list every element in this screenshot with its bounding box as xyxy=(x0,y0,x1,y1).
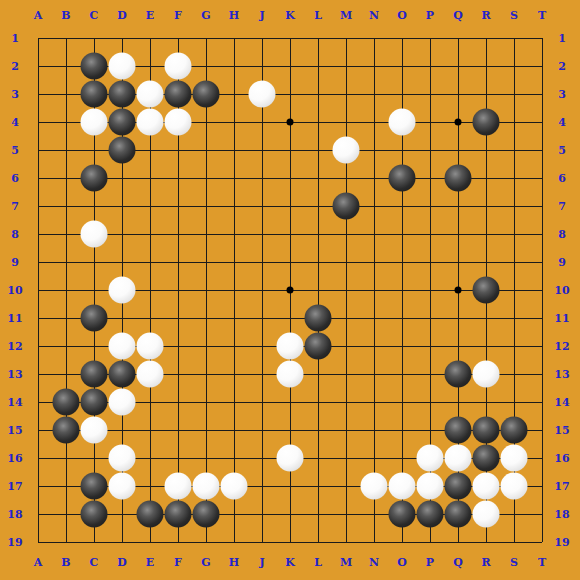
point-R5[interactable] xyxy=(472,136,500,164)
point-C10[interactable] xyxy=(80,276,108,304)
point-T2[interactable] xyxy=(528,52,556,80)
point-F19[interactable] xyxy=(164,528,192,556)
point-Q2[interactable] xyxy=(444,52,472,80)
point-D4[interactable] xyxy=(108,108,136,136)
point-D19[interactable] xyxy=(108,528,136,556)
point-R19[interactable] xyxy=(472,528,500,556)
point-P14[interactable] xyxy=(416,388,444,416)
point-D17[interactable] xyxy=(108,472,136,500)
point-O9[interactable] xyxy=(388,248,416,276)
point-N2[interactable] xyxy=(360,52,388,80)
point-B9[interactable] xyxy=(52,248,80,276)
point-T1[interactable] xyxy=(528,24,556,52)
point-K10[interactable] xyxy=(276,276,304,304)
point-O6[interactable] xyxy=(388,164,416,192)
point-C15[interactable] xyxy=(80,416,108,444)
point-G12[interactable] xyxy=(192,332,220,360)
point-E12[interactable] xyxy=(136,332,164,360)
point-L14[interactable] xyxy=(304,388,332,416)
point-P19[interactable] xyxy=(416,528,444,556)
point-J5[interactable] xyxy=(248,136,276,164)
point-L19[interactable] xyxy=(304,528,332,556)
point-F5[interactable] xyxy=(164,136,192,164)
point-G18[interactable] xyxy=(192,500,220,528)
point-O2[interactable] xyxy=(388,52,416,80)
point-J3[interactable] xyxy=(248,80,276,108)
point-D10[interactable] xyxy=(108,276,136,304)
point-R16[interactable] xyxy=(472,444,500,472)
point-S10[interactable] xyxy=(500,276,528,304)
point-C17[interactable] xyxy=(80,472,108,500)
point-E15[interactable] xyxy=(136,416,164,444)
point-F14[interactable] xyxy=(164,388,192,416)
point-F10[interactable] xyxy=(164,276,192,304)
point-M4[interactable] xyxy=(332,108,360,136)
point-F2[interactable] xyxy=(164,52,192,80)
point-G14[interactable] xyxy=(192,388,220,416)
point-B15[interactable] xyxy=(52,416,80,444)
point-F1[interactable] xyxy=(164,24,192,52)
point-T10[interactable] xyxy=(528,276,556,304)
point-D12[interactable] xyxy=(108,332,136,360)
point-R17[interactable] xyxy=(472,472,500,500)
point-K15[interactable] xyxy=(276,416,304,444)
point-H16[interactable] xyxy=(220,444,248,472)
point-M19[interactable] xyxy=(332,528,360,556)
point-P13[interactable] xyxy=(416,360,444,388)
point-A4[interactable] xyxy=(24,108,52,136)
point-T7[interactable] xyxy=(528,192,556,220)
point-H2[interactable] xyxy=(220,52,248,80)
point-M18[interactable] xyxy=(332,500,360,528)
point-G7[interactable] xyxy=(192,192,220,220)
point-L18[interactable] xyxy=(304,500,332,528)
point-J12[interactable] xyxy=(248,332,276,360)
point-Q16[interactable] xyxy=(444,444,472,472)
point-C3[interactable] xyxy=(80,80,108,108)
point-H3[interactable] xyxy=(220,80,248,108)
point-N19[interactable] xyxy=(360,528,388,556)
point-G17[interactable] xyxy=(192,472,220,500)
point-E4[interactable] xyxy=(136,108,164,136)
point-S11[interactable] xyxy=(500,304,528,332)
point-H12[interactable] xyxy=(220,332,248,360)
point-P2[interactable] xyxy=(416,52,444,80)
point-C5[interactable] xyxy=(80,136,108,164)
point-G8[interactable] xyxy=(192,220,220,248)
point-J9[interactable] xyxy=(248,248,276,276)
point-N14[interactable] xyxy=(360,388,388,416)
point-G16[interactable] xyxy=(192,444,220,472)
point-A1[interactable] xyxy=(24,24,52,52)
point-C19[interactable] xyxy=(80,528,108,556)
point-R12[interactable] xyxy=(472,332,500,360)
point-M3[interactable] xyxy=(332,80,360,108)
point-F8[interactable] xyxy=(164,220,192,248)
point-E17[interactable] xyxy=(136,472,164,500)
point-T17[interactable] xyxy=(528,472,556,500)
point-D7[interactable] xyxy=(108,192,136,220)
point-M7[interactable] xyxy=(332,192,360,220)
point-J15[interactable] xyxy=(248,416,276,444)
point-R7[interactable] xyxy=(472,192,500,220)
point-M17[interactable] xyxy=(332,472,360,500)
point-F7[interactable] xyxy=(164,192,192,220)
point-T14[interactable] xyxy=(528,388,556,416)
point-K12[interactable] xyxy=(276,332,304,360)
point-J11[interactable] xyxy=(248,304,276,332)
point-D1[interactable] xyxy=(108,24,136,52)
point-M15[interactable] xyxy=(332,416,360,444)
point-B14[interactable] xyxy=(52,388,80,416)
point-J19[interactable] xyxy=(248,528,276,556)
point-P11[interactable] xyxy=(416,304,444,332)
point-A12[interactable] xyxy=(24,332,52,360)
point-J13[interactable] xyxy=(248,360,276,388)
point-G19[interactable] xyxy=(192,528,220,556)
point-A19[interactable] xyxy=(24,528,52,556)
point-F13[interactable] xyxy=(164,360,192,388)
point-Q4[interactable] xyxy=(444,108,472,136)
point-A16[interactable] xyxy=(24,444,52,472)
point-C16[interactable] xyxy=(80,444,108,472)
point-K16[interactable] xyxy=(276,444,304,472)
point-Q3[interactable] xyxy=(444,80,472,108)
point-N13[interactable] xyxy=(360,360,388,388)
point-J2[interactable] xyxy=(248,52,276,80)
point-E8[interactable] xyxy=(136,220,164,248)
point-H15[interactable] xyxy=(220,416,248,444)
point-L17[interactable] xyxy=(304,472,332,500)
point-O8[interactable] xyxy=(388,220,416,248)
point-T11[interactable] xyxy=(528,304,556,332)
point-M8[interactable] xyxy=(332,220,360,248)
point-O11[interactable] xyxy=(388,304,416,332)
point-O18[interactable] xyxy=(388,500,416,528)
point-L10[interactable] xyxy=(304,276,332,304)
point-R3[interactable] xyxy=(472,80,500,108)
point-Q12[interactable] xyxy=(444,332,472,360)
point-Q8[interactable] xyxy=(444,220,472,248)
point-A9[interactable] xyxy=(24,248,52,276)
point-Q11[interactable] xyxy=(444,304,472,332)
point-S15[interactable] xyxy=(500,416,528,444)
point-R14[interactable] xyxy=(472,388,500,416)
point-B1[interactable] xyxy=(52,24,80,52)
point-C2[interactable] xyxy=(80,52,108,80)
point-O1[interactable] xyxy=(388,24,416,52)
point-K2[interactable] xyxy=(276,52,304,80)
point-K3[interactable] xyxy=(276,80,304,108)
point-O10[interactable] xyxy=(388,276,416,304)
point-L13[interactable] xyxy=(304,360,332,388)
point-A5[interactable] xyxy=(24,136,52,164)
point-J4[interactable] xyxy=(248,108,276,136)
point-K18[interactable] xyxy=(276,500,304,528)
point-G11[interactable] xyxy=(192,304,220,332)
point-T4[interactable] xyxy=(528,108,556,136)
point-R2[interactable] xyxy=(472,52,500,80)
point-F4[interactable] xyxy=(164,108,192,136)
point-R8[interactable] xyxy=(472,220,500,248)
point-M16[interactable] xyxy=(332,444,360,472)
point-S9[interactable] xyxy=(500,248,528,276)
point-B11[interactable] xyxy=(52,304,80,332)
point-F12[interactable] xyxy=(164,332,192,360)
point-L9[interactable] xyxy=(304,248,332,276)
point-S13[interactable] xyxy=(500,360,528,388)
point-D6[interactable] xyxy=(108,164,136,192)
point-O3[interactable] xyxy=(388,80,416,108)
point-J6[interactable] xyxy=(248,164,276,192)
point-N3[interactable] xyxy=(360,80,388,108)
point-Q7[interactable] xyxy=(444,192,472,220)
point-Q18[interactable] xyxy=(444,500,472,528)
point-N5[interactable] xyxy=(360,136,388,164)
point-B19[interactable] xyxy=(52,528,80,556)
point-E10[interactable] xyxy=(136,276,164,304)
point-P3[interactable] xyxy=(416,80,444,108)
point-R13[interactable] xyxy=(472,360,500,388)
point-N8[interactable] xyxy=(360,220,388,248)
point-O17[interactable] xyxy=(388,472,416,500)
point-R9[interactable] xyxy=(472,248,500,276)
point-B4[interactable] xyxy=(52,108,80,136)
point-R15[interactable] xyxy=(472,416,500,444)
point-D15[interactable] xyxy=(108,416,136,444)
point-D18[interactable] xyxy=(108,500,136,528)
point-L3[interactable] xyxy=(304,80,332,108)
point-N17[interactable] xyxy=(360,472,388,500)
point-D2[interactable] xyxy=(108,52,136,80)
point-E14[interactable] xyxy=(136,388,164,416)
point-O13[interactable] xyxy=(388,360,416,388)
point-B2[interactable] xyxy=(52,52,80,80)
point-N6[interactable] xyxy=(360,164,388,192)
point-E2[interactable] xyxy=(136,52,164,80)
point-J16[interactable] xyxy=(248,444,276,472)
point-S6[interactable] xyxy=(500,164,528,192)
point-P9[interactable] xyxy=(416,248,444,276)
point-B7[interactable] xyxy=(52,192,80,220)
point-S7[interactable] xyxy=(500,192,528,220)
point-E19[interactable] xyxy=(136,528,164,556)
point-F11[interactable] xyxy=(164,304,192,332)
point-G4[interactable] xyxy=(192,108,220,136)
point-S1[interactable] xyxy=(500,24,528,52)
point-M1[interactable] xyxy=(332,24,360,52)
point-K6[interactable] xyxy=(276,164,304,192)
point-Q17[interactable] xyxy=(444,472,472,500)
point-M9[interactable] xyxy=(332,248,360,276)
point-S19[interactable] xyxy=(500,528,528,556)
point-S17[interactable] xyxy=(500,472,528,500)
point-D9[interactable] xyxy=(108,248,136,276)
point-T19[interactable] xyxy=(528,528,556,556)
point-K9[interactable] xyxy=(276,248,304,276)
point-M14[interactable] xyxy=(332,388,360,416)
point-G10[interactable] xyxy=(192,276,220,304)
point-Q13[interactable] xyxy=(444,360,472,388)
point-G3[interactable] xyxy=(192,80,220,108)
point-B3[interactable] xyxy=(52,80,80,108)
point-D8[interactable] xyxy=(108,220,136,248)
point-E5[interactable] xyxy=(136,136,164,164)
point-N15[interactable] xyxy=(360,416,388,444)
point-N7[interactable] xyxy=(360,192,388,220)
point-S16[interactable] xyxy=(500,444,528,472)
point-H19[interactable] xyxy=(220,528,248,556)
point-G13[interactable] xyxy=(192,360,220,388)
point-A14[interactable] xyxy=(24,388,52,416)
point-F15[interactable] xyxy=(164,416,192,444)
point-M6[interactable] xyxy=(332,164,360,192)
point-N18[interactable] xyxy=(360,500,388,528)
point-L12[interactable] xyxy=(304,332,332,360)
point-R18[interactable] xyxy=(472,500,500,528)
point-O19[interactable] xyxy=(388,528,416,556)
point-L1[interactable] xyxy=(304,24,332,52)
point-C12[interactable] xyxy=(80,332,108,360)
point-T8[interactable] xyxy=(528,220,556,248)
point-O12[interactable] xyxy=(388,332,416,360)
point-H13[interactable] xyxy=(220,360,248,388)
point-P17[interactable] xyxy=(416,472,444,500)
point-S18[interactable] xyxy=(500,500,528,528)
point-N10[interactable] xyxy=(360,276,388,304)
point-D14[interactable] xyxy=(108,388,136,416)
point-D3[interactable] xyxy=(108,80,136,108)
point-C14[interactable] xyxy=(80,388,108,416)
point-N4[interactable] xyxy=(360,108,388,136)
point-D5[interactable] xyxy=(108,136,136,164)
point-K19[interactable] xyxy=(276,528,304,556)
point-A17[interactable] xyxy=(24,472,52,500)
point-D11[interactable] xyxy=(108,304,136,332)
point-L2[interactable] xyxy=(304,52,332,80)
point-A15[interactable] xyxy=(24,416,52,444)
point-T3[interactable] xyxy=(528,80,556,108)
point-G15[interactable] xyxy=(192,416,220,444)
point-B17[interactable] xyxy=(52,472,80,500)
point-L7[interactable] xyxy=(304,192,332,220)
point-E18[interactable] xyxy=(136,500,164,528)
point-A10[interactable] xyxy=(24,276,52,304)
point-S14[interactable] xyxy=(500,388,528,416)
point-S12[interactable] xyxy=(500,332,528,360)
point-J17[interactable] xyxy=(248,472,276,500)
point-J8[interactable] xyxy=(248,220,276,248)
point-H10[interactable] xyxy=(220,276,248,304)
point-A7[interactable] xyxy=(24,192,52,220)
point-B8[interactable] xyxy=(52,220,80,248)
point-B6[interactable] xyxy=(52,164,80,192)
point-M12[interactable] xyxy=(332,332,360,360)
point-J10[interactable] xyxy=(248,276,276,304)
point-C9[interactable] xyxy=(80,248,108,276)
point-H9[interactable] xyxy=(220,248,248,276)
point-O15[interactable] xyxy=(388,416,416,444)
point-A6[interactable] xyxy=(24,164,52,192)
point-F3[interactable] xyxy=(164,80,192,108)
point-A13[interactable] xyxy=(24,360,52,388)
point-H17[interactable] xyxy=(220,472,248,500)
point-A11[interactable] xyxy=(24,304,52,332)
point-B13[interactable] xyxy=(52,360,80,388)
point-H8[interactable] xyxy=(220,220,248,248)
point-H18[interactable] xyxy=(220,500,248,528)
point-J1[interactable] xyxy=(248,24,276,52)
point-O7[interactable] xyxy=(388,192,416,220)
point-B5[interactable] xyxy=(52,136,80,164)
point-R4[interactable] xyxy=(472,108,500,136)
point-Q1[interactable] xyxy=(444,24,472,52)
point-C6[interactable] xyxy=(80,164,108,192)
point-P7[interactable] xyxy=(416,192,444,220)
point-M11[interactable] xyxy=(332,304,360,332)
point-K8[interactable] xyxy=(276,220,304,248)
point-E13[interactable] xyxy=(136,360,164,388)
point-E16[interactable] xyxy=(136,444,164,472)
point-T16[interactable] xyxy=(528,444,556,472)
point-A18[interactable] xyxy=(24,500,52,528)
point-S3[interactable] xyxy=(500,80,528,108)
point-G5[interactable] xyxy=(192,136,220,164)
point-L15[interactable] xyxy=(304,416,332,444)
point-T12[interactable] xyxy=(528,332,556,360)
point-S2[interactable] xyxy=(500,52,528,80)
point-H1[interactable] xyxy=(220,24,248,52)
point-H6[interactable] xyxy=(220,164,248,192)
point-P12[interactable] xyxy=(416,332,444,360)
point-F9[interactable] xyxy=(164,248,192,276)
point-C8[interactable] xyxy=(80,220,108,248)
point-Q15[interactable] xyxy=(444,416,472,444)
point-O14[interactable] xyxy=(388,388,416,416)
point-K7[interactable] xyxy=(276,192,304,220)
point-C13[interactable] xyxy=(80,360,108,388)
point-C1[interactable] xyxy=(80,24,108,52)
point-N9[interactable] xyxy=(360,248,388,276)
point-N12[interactable] xyxy=(360,332,388,360)
point-S8[interactable] xyxy=(500,220,528,248)
point-J18[interactable] xyxy=(248,500,276,528)
point-K11[interactable] xyxy=(276,304,304,332)
point-P8[interactable] xyxy=(416,220,444,248)
point-M13[interactable] xyxy=(332,360,360,388)
point-H7[interactable] xyxy=(220,192,248,220)
point-E3[interactable] xyxy=(136,80,164,108)
point-E6[interactable] xyxy=(136,164,164,192)
point-F17[interactable] xyxy=(164,472,192,500)
point-R10[interactable] xyxy=(472,276,500,304)
point-O16[interactable] xyxy=(388,444,416,472)
point-B10[interactable] xyxy=(52,276,80,304)
point-G2[interactable] xyxy=(192,52,220,80)
point-T5[interactable] xyxy=(528,136,556,164)
point-T6[interactable] xyxy=(528,164,556,192)
point-Q19[interactable] xyxy=(444,528,472,556)
point-G1[interactable] xyxy=(192,24,220,52)
point-J14[interactable] xyxy=(248,388,276,416)
point-D13[interactable] xyxy=(108,360,136,388)
point-T9[interactable] xyxy=(528,248,556,276)
point-Q9[interactable] xyxy=(444,248,472,276)
point-A3[interactable] xyxy=(24,80,52,108)
point-F18[interactable] xyxy=(164,500,192,528)
point-E9[interactable] xyxy=(136,248,164,276)
point-P18[interactable] xyxy=(416,500,444,528)
